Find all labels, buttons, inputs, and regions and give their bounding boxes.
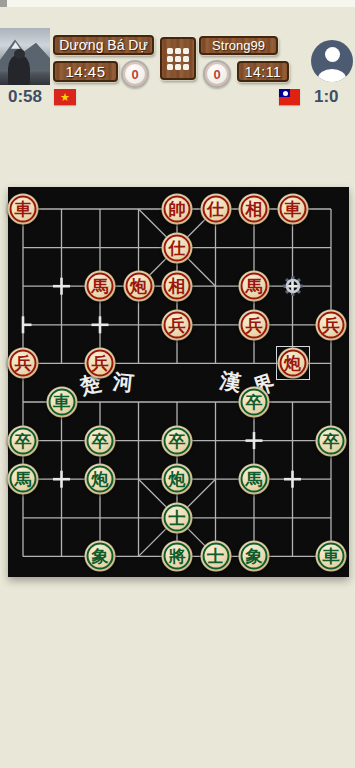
avatar-person-head bbox=[14, 49, 25, 59]
piece-green-soldier[interactable]: 卒 bbox=[8, 425, 39, 456]
top-strip bbox=[0, 0, 355, 7]
piece-red-soldier[interactable]: 兵 bbox=[162, 309, 193, 340]
piece-glyph: 炮 bbox=[92, 471, 109, 488]
xiangqi-board[interactable]: 楚河 漢界 車帥仕相車仕馬炮相馬兵兵兵兵兵炮車卒卒卒卒卒馬炮炮馬士象將士象車 bbox=[8, 187, 349, 577]
person-silhouette-icon bbox=[325, 47, 340, 62]
piece-glyph: 車 bbox=[53, 394, 70, 411]
piece-glyph: 仕 bbox=[169, 239, 186, 256]
left-player-time: 14:45 bbox=[65, 63, 105, 80]
piece-green-horse[interactable]: 馬 bbox=[239, 464, 270, 495]
vietnam-star-icon: ★ bbox=[60, 92, 70, 103]
right-player-avatar[interactable] bbox=[311, 40, 353, 82]
piece-glyph: 卒 bbox=[169, 432, 186, 449]
piece-red-cannon[interactable]: 炮 bbox=[277, 348, 308, 379]
piece-glyph: 車 bbox=[284, 201, 301, 218]
piece-glyph: 卒 bbox=[246, 394, 263, 411]
piece-red-advisor[interactable]: 仕 bbox=[200, 194, 231, 225]
piece-glyph: 相 bbox=[246, 201, 263, 218]
piece-green-advisor[interactable]: 士 bbox=[200, 541, 231, 572]
taiwan-flag bbox=[279, 89, 300, 105]
piece-glyph: 馬 bbox=[15, 471, 32, 488]
piece-red-soldier[interactable]: 兵 bbox=[239, 309, 270, 340]
right-player-timer: 14:11 bbox=[237, 61, 289, 82]
left-player-name-plate: Dương Bá Dự bbox=[53, 35, 154, 55]
avatar-person-silhouette bbox=[8, 55, 30, 85]
piece-green-horse[interactable]: 馬 bbox=[8, 464, 39, 495]
piece-glyph: 仕 bbox=[207, 201, 224, 218]
piece-glyph: 卒 bbox=[92, 432, 109, 449]
piece-glyph: 將 bbox=[169, 548, 186, 565]
piece-red-elephant[interactable]: 相 bbox=[162, 271, 193, 302]
right-player-time: 14:11 bbox=[245, 64, 282, 80]
piece-glyph: 馬 bbox=[246, 278, 263, 295]
piece-green-soldier[interactable]: 卒 bbox=[85, 425, 116, 456]
taiwan-sun-icon bbox=[283, 91, 288, 96]
piece-green-general[interactable]: 將 bbox=[162, 541, 193, 572]
piece-glyph: 兵 bbox=[246, 316, 263, 333]
person-silhouette-body bbox=[318, 69, 346, 82]
piece-red-advisor[interactable]: 仕 bbox=[162, 232, 193, 263]
piece-glyph: 象 bbox=[246, 548, 263, 565]
piece-green-soldier[interactable]: 卒 bbox=[239, 387, 270, 418]
piece-red-elephant[interactable]: 相 bbox=[239, 194, 270, 225]
right-captured-badge: 0 bbox=[203, 60, 231, 88]
piece-green-soldier[interactable]: 卒 bbox=[162, 425, 193, 456]
piece-red-horse[interactable]: 馬 bbox=[85, 271, 116, 302]
app-screen: Dương Bá Dự 14:45 0 Strong99 0 14:11 0:5… bbox=[0, 0, 355, 768]
piece-glyph: 馬 bbox=[246, 471, 263, 488]
left-player-name: Dương Bá Dự bbox=[59, 37, 148, 53]
piece-red-soldier[interactable]: 兵 bbox=[8, 348, 39, 379]
left-match-score: 0:58 bbox=[8, 87, 42, 107]
left-player-timer: 14:45 bbox=[53, 61, 118, 82]
piece-glyph: 炮 bbox=[130, 278, 147, 295]
piece-glyph: 帥 bbox=[169, 201, 186, 218]
vietnam-flag: ★ bbox=[54, 89, 76, 105]
piece-glyph: 兵 bbox=[169, 316, 186, 333]
left-player-avatar[interactable] bbox=[0, 28, 50, 85]
right-match-score: 1:0 bbox=[314, 87, 339, 107]
piece-green-cannon[interactable]: 炮 bbox=[85, 464, 116, 495]
piece-green-cannon[interactable]: 炮 bbox=[162, 464, 193, 495]
board-grid[interactable]: 楚河 漢界 車帥仕相車仕馬炮相馬兵兵兵兵兵炮車卒卒卒卒卒馬炮炮馬士象將士象車 bbox=[23, 209, 331, 557]
piece-green-chariot[interactable]: 車 bbox=[316, 541, 347, 572]
piece-red-soldier[interactable]: 兵 bbox=[85, 348, 116, 379]
piece-glyph: 相 bbox=[169, 278, 186, 295]
piece-glyph: 炮 bbox=[284, 355, 301, 372]
piece-green-elephant[interactable]: 象 bbox=[85, 541, 116, 572]
piece-green-elephant[interactable]: 象 bbox=[239, 541, 270, 572]
last-move-origin-marker bbox=[281, 274, 305, 298]
grid-menu-icon bbox=[167, 48, 189, 70]
piece-glyph: 兵 bbox=[15, 355, 32, 372]
piece-glyph: 馬 bbox=[92, 278, 109, 295]
piece-green-chariot[interactable]: 車 bbox=[46, 387, 77, 418]
piece-glyph: 士 bbox=[207, 548, 224, 565]
piece-glyph: 士 bbox=[169, 509, 186, 526]
piece-red-general[interactable]: 帥 bbox=[162, 194, 193, 225]
corner-square bbox=[0, 0, 7, 7]
left-captured-count: 0 bbox=[131, 67, 138, 82]
piece-green-soldier[interactable]: 卒 bbox=[316, 425, 347, 456]
piece-red-cannon[interactable]: 炮 bbox=[123, 271, 154, 302]
piece-glyph: 象 bbox=[92, 548, 109, 565]
piece-glyph: 車 bbox=[323, 548, 340, 565]
piece-glyph: 卒 bbox=[15, 432, 32, 449]
piece-glyph: 兵 bbox=[323, 316, 340, 333]
right-player-name: Strong99 bbox=[212, 38, 265, 53]
piece-green-advisor[interactable]: 士 bbox=[162, 502, 193, 533]
piece-glyph: 炮 bbox=[169, 471, 186, 488]
left-captured-badge: 0 bbox=[121, 60, 149, 88]
piece-red-chariot[interactable]: 車 bbox=[277, 194, 308, 225]
right-player-name-plate: Strong99 bbox=[199, 36, 278, 55]
piece-red-soldier[interactable]: 兵 bbox=[316, 309, 347, 340]
piece-glyph: 車 bbox=[15, 201, 32, 218]
piece-glyph: 卒 bbox=[323, 432, 340, 449]
right-captured-count: 0 bbox=[213, 67, 220, 82]
piece-red-horse[interactable]: 馬 bbox=[239, 271, 270, 302]
origin-gear-icon bbox=[281, 274, 305, 298]
menu-button[interactable] bbox=[160, 37, 196, 80]
piece-red-chariot[interactable]: 車 bbox=[8, 194, 39, 225]
piece-glyph: 兵 bbox=[92, 355, 109, 372]
